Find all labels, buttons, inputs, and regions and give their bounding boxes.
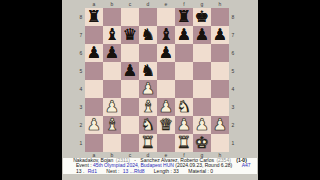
square-g2[interactable]: ♟	[193, 116, 211, 134]
piece-white-pawn: ♟	[85, 116, 103, 134]
square-b1[interactable]	[103, 134, 121, 152]
square-h6[interactable]	[211, 44, 229, 62]
square-c1[interactable]	[121, 134, 139, 152]
piece-black-knight: ♞	[139, 62, 157, 80]
piece-black-pawn: ♟	[175, 26, 193, 44]
piece-white-pawn: ♟	[103, 98, 121, 116]
material-label: Material : 0	[188, 169, 213, 174]
file-label: c	[121, 1, 139, 7]
piece-white-knight: ♞	[175, 98, 193, 116]
square-h5[interactable]	[211, 62, 229, 80]
piece-white-knight: ♞	[139, 116, 157, 134]
square-g4[interactable]	[193, 80, 211, 98]
square-e7[interactable]: ♝	[157, 26, 175, 44]
square-b4[interactable]	[103, 80, 121, 98]
piece-black-pawn: ♟	[103, 44, 121, 62]
square-g5[interactable]	[193, 62, 211, 80]
square-e6[interactable]: ♟	[157, 44, 175, 62]
rank-label: 7	[78, 26, 84, 44]
piece-white-bishop: ♝	[103, 116, 121, 134]
square-f7[interactable]: ♟	[175, 26, 193, 44]
file-label: b	[103, 1, 121, 7]
piece-white-queen: ♛	[157, 116, 175, 134]
piece-black-pawn: ♟	[211, 26, 229, 44]
square-f3[interactable]: ♞	[175, 98, 193, 116]
square-e4[interactable]	[157, 80, 175, 98]
square-b2[interactable]: ♝	[103, 116, 121, 134]
right-black-bar	[258, 0, 320, 180]
piece-black-pawn: ♟	[157, 44, 175, 62]
square-c3[interactable]	[121, 98, 139, 116]
piece-white-rook: ♜	[139, 134, 157, 152]
square-a7[interactable]	[85, 26, 103, 44]
square-g6[interactable]	[193, 44, 211, 62]
piece-black-pawn: ♟	[85, 44, 103, 62]
rank-label: 1	[78, 134, 84, 152]
square-b8[interactable]	[103, 8, 121, 26]
square-a4[interactable]	[85, 80, 103, 98]
square-d3[interactable]: ♝	[139, 98, 157, 116]
square-h7[interactable]: ♟	[211, 26, 229, 44]
white-player-name: Nakadakov, Bojan	[73, 158, 113, 163]
board: ♜♜♚♝♛♞♝♟♟♟♟♟♟♟♞♟♟♝♟♞♟♝♞♛♟♟♟♜♜♚	[85, 8, 229, 152]
file-label: h	[211, 1, 229, 7]
rank-label: 2	[230, 116, 236, 134]
piece-white-king: ♚	[193, 134, 211, 152]
square-c7[interactable]: ♛	[121, 26, 139, 44]
left-black-bar	[0, 0, 62, 180]
event-detail: (2024.09.23, Round 6.28)	[175, 163, 232, 168]
piece-black-bishop: ♝	[157, 26, 175, 44]
square-c2[interactable]	[121, 116, 139, 134]
square-a6[interactable]: ♟	[85, 44, 103, 62]
piece-black-pawn: ♟	[193, 26, 211, 44]
square-e2[interactable]: ♛	[157, 116, 175, 134]
square-f1[interactable]: ♜	[175, 134, 193, 152]
rank-label: 4	[78, 80, 84, 98]
square-h8[interactable]	[211, 8, 229, 26]
square-f4[interactable]	[175, 80, 193, 98]
square-e1[interactable]	[157, 134, 175, 152]
rank-labels-left: 87654321	[78, 8, 84, 152]
piece-black-knight: ♞	[139, 26, 157, 44]
square-b3[interactable]: ♟	[103, 98, 121, 116]
rank-label: 3	[78, 98, 84, 116]
move-number: 13 .	[76, 169, 84, 174]
next-move: 13 ...Rfd8	[123, 169, 145, 174]
piece-white-pawn: ♟	[139, 80, 157, 98]
players-separator: -	[134, 158, 136, 163]
eco-code[interactable]: A47	[242, 163, 251, 168]
rank-label: 3	[230, 98, 236, 116]
rank-label: 1	[230, 134, 236, 152]
square-e5[interactable]	[157, 62, 175, 80]
piece-black-rook: ♜	[175, 8, 193, 26]
rank-label: 2	[78, 116, 84, 134]
square-d7[interactable]: ♞	[139, 26, 157, 44]
square-a5[interactable]	[85, 62, 103, 80]
rank-label: 5	[230, 62, 236, 80]
white-player-elo: (2311)	[116, 158, 130, 163]
square-c8[interactable]	[121, 8, 139, 26]
event-link[interactable]: 45th Olympiad 2024, Budapest HUN	[93, 163, 174, 168]
square-b7[interactable]: ♝	[103, 26, 121, 44]
square-d2[interactable]: ♞	[139, 116, 157, 134]
square-e3[interactable]: ♟	[157, 98, 175, 116]
file-label: d	[139, 1, 157, 7]
piece-white-pawn: ♟	[211, 116, 229, 134]
square-a2[interactable]: ♟	[85, 116, 103, 134]
rank-label: 6	[78, 44, 84, 62]
square-a8[interactable]: ♜	[85, 8, 103, 26]
square-e8[interactable]	[157, 8, 175, 26]
piece-black-pawn: ♟	[121, 62, 139, 80]
square-c4[interactable]	[121, 80, 139, 98]
rank-label: 5	[78, 62, 84, 80]
piece-white-bishop: ♝	[139, 98, 157, 116]
black-player-elo: (2354)	[216, 158, 230, 163]
square-d4[interactable]: ♟	[139, 80, 157, 98]
square-h2[interactable]: ♟	[211, 116, 229, 134]
square-g7[interactable]: ♟	[193, 26, 211, 44]
piece-white-rook: ♜	[175, 134, 193, 152]
square-d6[interactable]	[139, 44, 157, 62]
next-label: Next :	[106, 169, 119, 174]
square-a1[interactable]	[85, 134, 103, 152]
piece-black-rook: ♜	[85, 8, 103, 26]
rank-label: 8	[78, 8, 84, 26]
square-d5[interactable]: ♞	[139, 62, 157, 80]
square-h1[interactable]	[211, 134, 229, 152]
square-f8[interactable]: ♜	[175, 8, 193, 26]
square-c5[interactable]: ♟	[121, 62, 139, 80]
status-bar: Nakadakov, Bojan (2311) - Sanchez Alvare…	[63, 158, 257, 174]
square-c6[interactable]	[121, 44, 139, 62]
square-h4[interactable]	[211, 80, 229, 98]
square-g1[interactable]: ♚	[193, 134, 211, 152]
square-b6[interactable]: ♟	[103, 44, 121, 62]
piece-white-pawn: ♟	[175, 116, 193, 134]
square-g3[interactable]	[193, 98, 211, 116]
current-move: Rd1	[88, 169, 97, 174]
length-label: Length : 33	[154, 169, 179, 174]
square-f6[interactable]	[175, 44, 193, 62]
square-f2[interactable]: ♟	[175, 116, 193, 134]
rank-label: 7	[230, 26, 236, 44]
rank-label: 8	[230, 8, 236, 26]
rank-label: 4	[230, 80, 236, 98]
game-result: (1-0)	[236, 158, 247, 163]
file-label: e	[157, 1, 175, 7]
square-d8[interactable]	[139, 8, 157, 26]
chess-viewer: abcdefgh 87654321 ♜♜♚♝♛♞♝♟♟♟♟♟♟♟♞♟♟♝♟♞♟♝…	[62, 0, 258, 180]
square-h3[interactable]	[211, 98, 229, 116]
square-b5[interactable]	[103, 62, 121, 80]
rank-labels-right: 87654321	[230, 8, 236, 152]
square-a3[interactable]	[85, 98, 103, 116]
square-d1[interactable]: ♜	[139, 134, 157, 152]
move-info-line: 13 . Rd1 Next : 13 ...Rfd8 Length : 33 M…	[63, 169, 257, 174]
rank-label: 6	[230, 44, 236, 62]
piece-white-pawn: ♟	[193, 116, 211, 134]
piece-white-pawn: ♟	[157, 98, 175, 116]
piece-black-king: ♚	[193, 8, 211, 26]
event-label: Event :	[76, 163, 92, 168]
square-g8[interactable]: ♚	[193, 8, 211, 26]
black-player-name: Sanchez Alvarez, Roberto Carlos	[140, 158, 214, 163]
piece-black-queen: ♛	[121, 26, 139, 44]
square-f5[interactable]	[175, 62, 193, 80]
piece-black-bishop: ♝	[103, 26, 121, 44]
